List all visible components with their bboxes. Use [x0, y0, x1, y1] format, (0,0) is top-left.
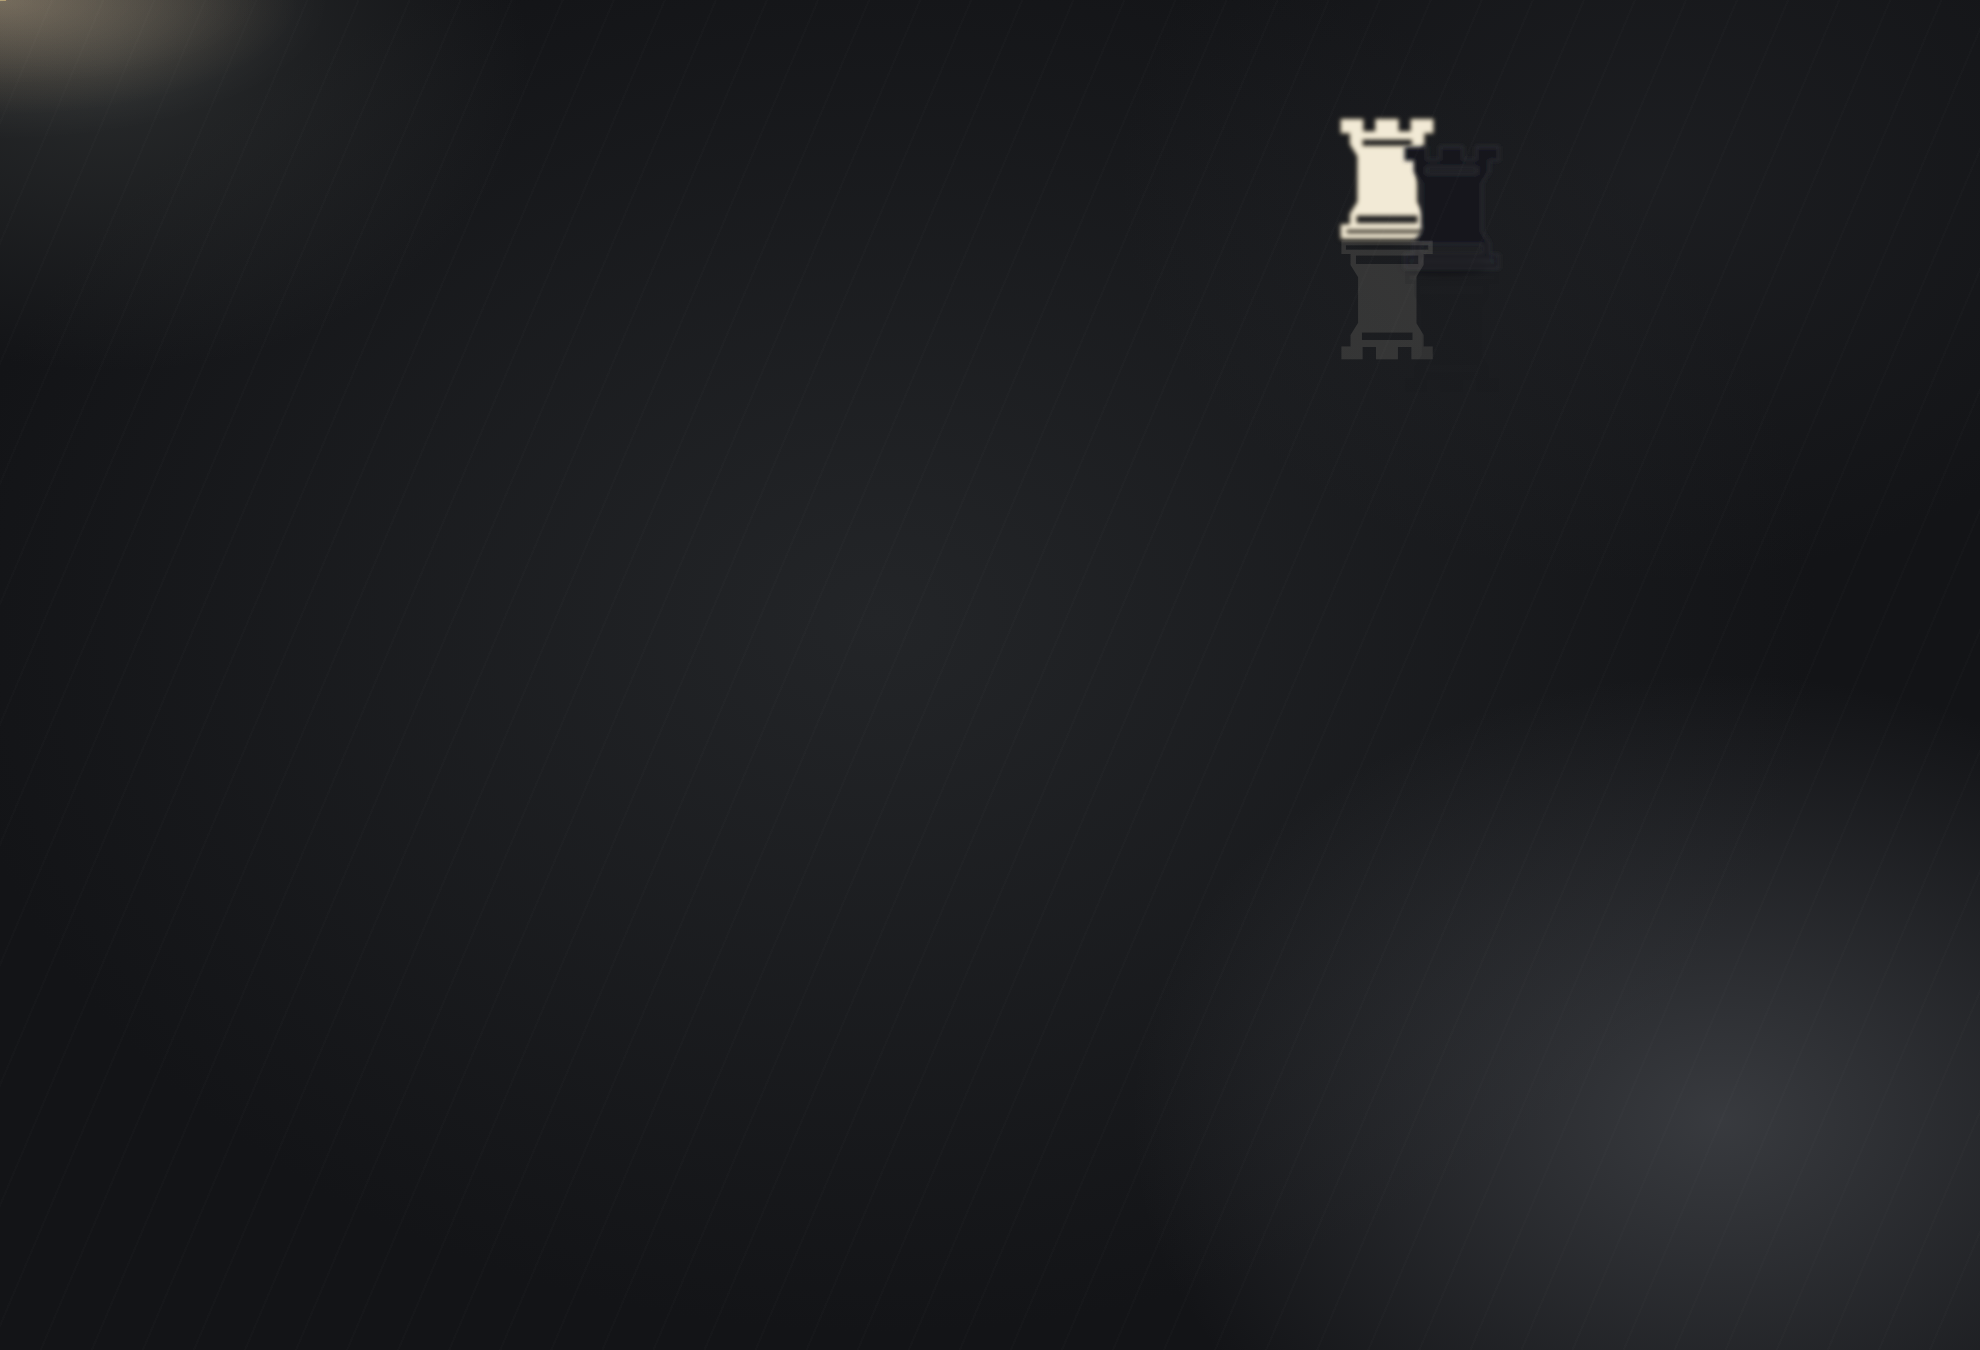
pieces: ♜♜♞♞♝♝♛♛♚♚♝♝♞♞♜♜♟♟♟♟♟♟♟♟♟♟♟♟♟♟♟♟♟♟♟♟♟♟♟♟… — [0, 0, 7, 4]
table-background: ♜♜♜♜♜♜♞♞♝♝♛♛♚♚♝♝♞♞♜♜♟♟♟♟♟♟♟♟♟♟♟♟♟♟♟♟♟♟♟♟… — [0, 0, 1980, 1350]
spare-black-rook-reflection: ♜ — [1378, 232, 1527, 425]
chessboard: ♜♜♜♜♜♜♞♞♝♝♛♛♚♚♝♝♞♞♜♜♟♟♟♟♟♟♟♟♟♟♟♟♟♟♟♟♟♟♟♟… — [0, 0, 1980, 1350]
white-rook-h1[interactable]: ♜ — [0, 0, 7, 4]
board-frame: ♜♜ — [1314, 203, 1526, 425]
gloss-reflections — [0, 0, 330, 140]
